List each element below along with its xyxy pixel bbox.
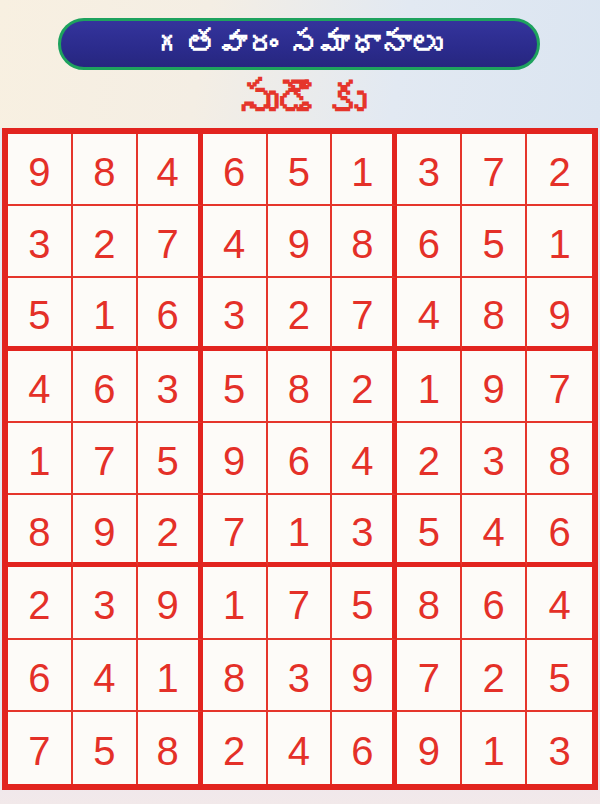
sudoku-cell-r5c5: 6 bbox=[268, 423, 333, 495]
answers-banner-label: గతవారం సమాధానాలు bbox=[155, 29, 443, 59]
sudoku-cell-r4c6: 2 bbox=[332, 351, 397, 423]
sudoku-cell-r7c8: 6 bbox=[462, 567, 527, 639]
sudoku-cell-r8c7: 7 bbox=[397, 640, 462, 712]
sudoku-cell-r9c5: 4 bbox=[268, 712, 333, 784]
sudoku-cell-r8c2: 4 bbox=[73, 640, 138, 712]
sudoku-cell-r4c2: 6 bbox=[73, 351, 138, 423]
page-background: గతవారం సమాధానాలు సుడొకు 9846513723274986… bbox=[0, 0, 600, 804]
sudoku-cell-r5c6: 4 bbox=[332, 423, 397, 495]
sudoku-cell-r7c6: 5 bbox=[332, 567, 397, 639]
sudoku-title: సుడొకు bbox=[0, 74, 600, 128]
sudoku-cell-r4c5: 8 bbox=[268, 351, 333, 423]
sudoku-cell-r3c4: 3 bbox=[203, 278, 268, 350]
sudoku-cell-r7c2: 3 bbox=[73, 567, 138, 639]
sudoku-cell-r6c8: 4 bbox=[462, 495, 527, 567]
sudoku-cell-r9c4: 2 bbox=[203, 712, 268, 784]
sudoku-cell-r3c1: 5 bbox=[8, 278, 73, 350]
sudoku-cell-r4c7: 1 bbox=[397, 351, 462, 423]
sudoku-cell-r2c9: 1 bbox=[527, 206, 592, 278]
sudoku-cell-r1c9: 2 bbox=[527, 134, 592, 206]
sudoku-cell-r9c2: 5 bbox=[73, 712, 138, 784]
sudoku-cell-r7c9: 4 bbox=[527, 567, 592, 639]
sudoku-cell-r2c8: 5 bbox=[462, 206, 527, 278]
sudoku-cell-r6c5: 1 bbox=[268, 495, 333, 567]
sudoku-cell-r8c1: 6 bbox=[8, 640, 73, 712]
sudoku-cell-r6c7: 5 bbox=[397, 495, 462, 567]
sudoku-cell-r9c3: 8 bbox=[138, 712, 203, 784]
sudoku-cell-r1c1: 9 bbox=[8, 134, 73, 206]
sudoku-cell-r5c3: 5 bbox=[138, 423, 203, 495]
sudoku-cell-r2c7: 6 bbox=[397, 206, 462, 278]
sudoku-cell-r8c3: 1 bbox=[138, 640, 203, 712]
sudoku-cell-r6c9: 6 bbox=[527, 495, 592, 567]
sudoku-cell-r2c5: 9 bbox=[268, 206, 333, 278]
sudoku-cell-r1c8: 7 bbox=[462, 134, 527, 206]
sudoku-cell-r7c5: 7 bbox=[268, 567, 333, 639]
sudoku-cell-r3c8: 8 bbox=[462, 278, 527, 350]
sudoku-cell-r6c2: 9 bbox=[73, 495, 138, 567]
sudoku-cell-r7c1: 2 bbox=[8, 567, 73, 639]
sudoku-cell-r8c4: 8 bbox=[203, 640, 268, 712]
sudoku-cell-r1c2: 8 bbox=[73, 134, 138, 206]
sudoku-cell-r8c8: 2 bbox=[462, 640, 527, 712]
sudoku-cell-r1c6: 1 bbox=[332, 134, 397, 206]
sudoku-cell-r8c5: 3 bbox=[268, 640, 333, 712]
sudoku-cell-r5c2: 7 bbox=[73, 423, 138, 495]
sudoku-cell-r7c3: 9 bbox=[138, 567, 203, 639]
sudoku-cell-r6c4: 7 bbox=[203, 495, 268, 567]
sudoku-cell-r2c6: 8 bbox=[332, 206, 397, 278]
sudoku-cell-r4c9: 7 bbox=[527, 351, 592, 423]
sudoku-cell-r6c6: 3 bbox=[332, 495, 397, 567]
sudoku-cell-r9c1: 7 bbox=[8, 712, 73, 784]
sudoku-cell-r7c7: 8 bbox=[397, 567, 462, 639]
answers-banner: గతవారం సమాధానాలు bbox=[58, 18, 540, 70]
sudoku-cell-r2c2: 2 bbox=[73, 206, 138, 278]
sudoku-cell-r5c1: 1 bbox=[8, 423, 73, 495]
sudoku-cell-r4c3: 3 bbox=[138, 351, 203, 423]
sudoku-cell-r5c8: 3 bbox=[462, 423, 527, 495]
sudoku-cell-r8c9: 5 bbox=[527, 640, 592, 712]
sudoku-cell-r5c7: 2 bbox=[397, 423, 462, 495]
sudoku-cell-r4c1: 4 bbox=[8, 351, 73, 423]
sudoku-cell-r9c9: 3 bbox=[527, 712, 592, 784]
sudoku-cell-r2c1: 3 bbox=[8, 206, 73, 278]
sudoku-cell-r3c5: 2 bbox=[268, 278, 333, 350]
sudoku-cell-r3c3: 6 bbox=[138, 278, 203, 350]
sudoku-cell-r3c2: 1 bbox=[73, 278, 138, 350]
sudoku-cell-r3c7: 4 bbox=[397, 278, 462, 350]
sudoku-cell-r4c8: 9 bbox=[462, 351, 527, 423]
sudoku-cell-r9c8: 1 bbox=[462, 712, 527, 784]
sudoku-cell-r6c1: 8 bbox=[8, 495, 73, 567]
sudoku-cell-r1c4: 6 bbox=[203, 134, 268, 206]
sudoku-cell-r9c6: 6 bbox=[332, 712, 397, 784]
sudoku-cell-r2c3: 7 bbox=[138, 206, 203, 278]
sudoku-cell-r2c4: 4 bbox=[203, 206, 268, 278]
sudoku-cell-r1c7: 3 bbox=[397, 134, 462, 206]
sudoku-cell-r9c7: 9 bbox=[397, 712, 462, 784]
sudoku-cell-r3c9: 9 bbox=[527, 278, 592, 350]
sudoku-cell-r1c3: 4 bbox=[138, 134, 203, 206]
sudoku-cell-r6c3: 2 bbox=[138, 495, 203, 567]
sudoku-cell-r5c4: 9 bbox=[203, 423, 268, 495]
sudoku-cell-r1c5: 5 bbox=[268, 134, 333, 206]
sudoku-cell-r7c4: 1 bbox=[203, 567, 268, 639]
sudoku-cell-r4c4: 5 bbox=[203, 351, 268, 423]
sudoku-board: 9846513723274986515163274894635821971759… bbox=[2, 128, 598, 790]
sudoku-cell-r3c6: 7 bbox=[332, 278, 397, 350]
sudoku-cell-r5c9: 8 bbox=[527, 423, 592, 495]
sudoku-cell-r8c6: 9 bbox=[332, 640, 397, 712]
